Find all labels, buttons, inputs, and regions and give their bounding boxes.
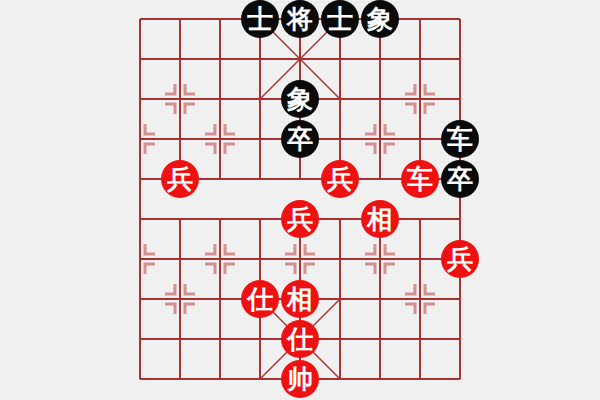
red-soldier[interactable]: 兵 bbox=[441, 240, 479, 278]
black-soldier[interactable]: 卒 bbox=[281, 120, 319, 158]
red-elephant[interactable]: 相 bbox=[361, 200, 399, 238]
xiangqi-board[interactable]: 士将士象象卒车兵兵车卒兵相兵仕相仕帅 bbox=[0, 0, 600, 400]
red-elephant[interactable]: 相 bbox=[281, 280, 319, 318]
red-general[interactable]: 帅 bbox=[281, 360, 319, 398]
black-chariot[interactable]: 车 bbox=[441, 120, 479, 158]
red-soldier[interactable]: 兵 bbox=[321, 160, 359, 198]
red-chariot[interactable]: 车 bbox=[401, 160, 439, 198]
red-soldier[interactable]: 兵 bbox=[281, 200, 319, 238]
red-soldier[interactable]: 兵 bbox=[161, 160, 199, 198]
xiangqi-position-diagram: 士将士象象卒车兵兵车卒兵相兵仕相仕帅 bbox=[0, 0, 600, 400]
black-advisor[interactable]: 士 bbox=[241, 0, 279, 38]
red-advisor[interactable]: 仕 bbox=[241, 280, 279, 318]
red-advisor[interactable]: 仕 bbox=[281, 320, 319, 358]
black-soldier[interactable]: 卒 bbox=[441, 160, 479, 198]
black-general[interactable]: 将 bbox=[281, 0, 319, 38]
black-advisor[interactable]: 士 bbox=[321, 0, 359, 38]
black-elephant[interactable]: 象 bbox=[281, 80, 319, 118]
black-elephant[interactable]: 象 bbox=[361, 0, 399, 38]
